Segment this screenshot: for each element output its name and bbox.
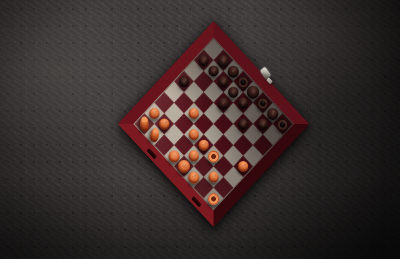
photo-scene: ♞♟♝♟♛♟♟♚♟♜♟♝♞♙♙♜♟♟♙♖♙♘♙♕♙♘♙♔♙♗♖ (0, 0, 400, 259)
pawn-glyph-icon: ♟ (239, 119, 248, 128)
queen-glyph-icon: ♕ (209, 151, 218, 160)
king-glyph-icon: ♔ (180, 162, 189, 171)
pawn-glyph-icon: ♟ (219, 77, 228, 86)
white-knight-b1: ♘ (149, 127, 160, 143)
latch-pin-icon (266, 77, 273, 84)
pawn-glyph-icon: ♟ (229, 87, 238, 96)
playing-surface: ♞♟♝♟♛♟♟♚♟♜♟♝♞♙♙♜♟♟♙♖♙♘♙♕♙♘♙♔♙♗♖ (135, 39, 293, 209)
pawn-glyph-icon: ♙ (199, 141, 208, 150)
black-pawn-g7: ♟ (256, 116, 270, 132)
pawn-glyph-icon: ♟ (180, 77, 189, 86)
rook-glyph-icon: ♖ (209, 194, 218, 203)
black-pawn-f6: ♟ (236, 116, 250, 132)
black-bishop-d6: ♝ (216, 94, 232, 111)
bishop-glyph-icon: ♝ (229, 66, 238, 75)
white-pawn-g2: ♙ (206, 169, 220, 185)
rook-glyph-icon: ♜ (259, 98, 268, 107)
king-glyph-icon: ♚ (249, 87, 258, 96)
black-pawn-a7: ♟ (196, 53, 210, 69)
pawn-glyph-icon: ♙ (239, 162, 248, 171)
board-frame: ♞♟♝♟♛♟♟♚♟♜♟♝♞♙♙♜♟♟♙♖♙♘♙♕♙♘♙♔♙♗♖ (118, 21, 310, 227)
pawn-glyph-icon: ♟ (209, 66, 218, 75)
chess-box: ♞♟♝♟♛♟♟♚♟♜♟♝♞♙♙♜♟♟♙♖♙♘♙♕♙♘♙♔♙♗♖ (214, 124, 282, 197)
knight-glyph-icon: ♞ (268, 109, 277, 118)
black-pawn-a5: ♟ (177, 74, 191, 90)
knight-glyph-icon: ♞ (219, 56, 228, 65)
pawn-glyph-icon: ♙ (150, 109, 159, 118)
white-bishop-f1: ♗ (186, 169, 202, 186)
white-rook-a1: ♖ (140, 116, 149, 131)
white-pawn-b2: ♙ (157, 116, 171, 132)
knight-glyph-icon: ♘ (170, 151, 179, 160)
pawn-glyph-icon: ♙ (189, 130, 198, 139)
pawn-glyph-icon: ♟ (239, 98, 248, 107)
black-rook-h8: ♜ (275, 116, 291, 133)
pieces-layer: ♞♟♝♟♛♟♟♚♟♜♟♝♞♙♙♜♟♟♙♖♙♘♙♕♙♘♙♔♙♗♖ (135, 39, 293, 209)
rook-glyph-icon: ♜ (278, 119, 287, 128)
black-pawn-d7: ♟ (226, 84, 240, 100)
white-pawn-c4: ♙ (187, 106, 201, 122)
white-pawn-e3: ♙ (196, 137, 210, 153)
bishop-glyph-icon: ♗ (189, 172, 198, 181)
queen-glyph-icon: ♛ (239, 77, 248, 86)
knight-glyph-icon: ♘ (151, 131, 159, 139)
pawn-glyph-icon: ♟ (199, 56, 208, 65)
pawn-glyph-icon: ♙ (189, 151, 198, 160)
white-pawn-e2: ♙ (187, 148, 201, 164)
pawn-glyph-icon: ♙ (189, 109, 198, 118)
rook-glyph-icon: ♖ (141, 121, 148, 128)
white-rook-h1: ♖ (206, 190, 222, 207)
bishop-glyph-icon: ♝ (219, 98, 228, 107)
black-pawn-c7: ♟ (216, 74, 230, 90)
white-queen-f3: ♕ (206, 147, 222, 164)
black-pawn-e7: ♟ (236, 95, 250, 111)
white-pawn-h4: ♙ (236, 159, 250, 175)
white-pawn-d3: ♙ (187, 127, 201, 143)
hinge-icon (146, 148, 157, 159)
black-pawn-b7: ♟ (206, 63, 220, 79)
hinge-icon (191, 196, 202, 207)
pawn-glyph-icon: ♙ (209, 172, 218, 181)
pawn-glyph-icon: ♙ (160, 119, 169, 128)
white-pawn-a2: ♙ (147, 106, 161, 122)
pawn-glyph-icon: ♟ (259, 119, 268, 128)
